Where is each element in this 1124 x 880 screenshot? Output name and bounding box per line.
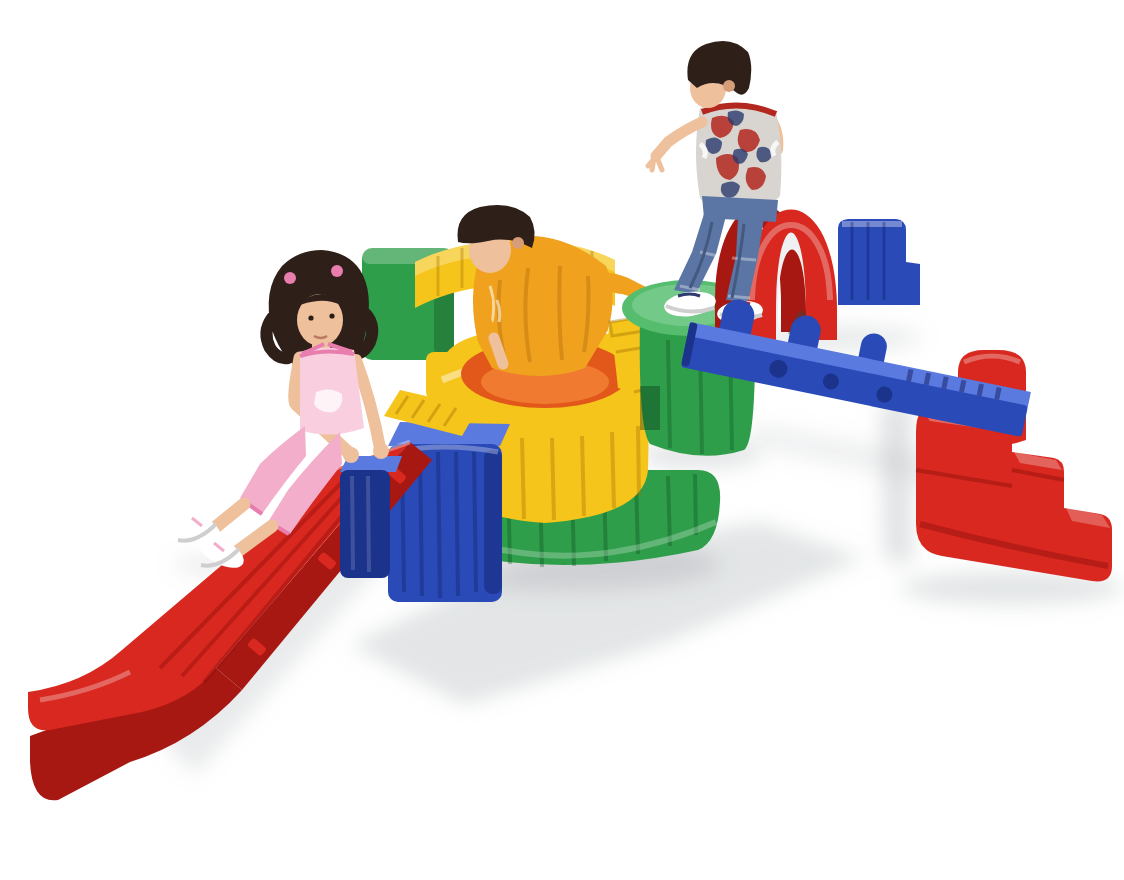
boy-beam-ear: [723, 80, 735, 92]
girl-hair-bow: [331, 265, 343, 277]
product-photo-canvas: [0, 0, 1124, 880]
playground-scene: [0, 0, 1124, 880]
blue-arch-support: [838, 219, 920, 305]
boy-tub-ear: [512, 237, 524, 249]
boy-beam-arm: [656, 122, 702, 156]
girl-hair-bow: [284, 272, 296, 284]
